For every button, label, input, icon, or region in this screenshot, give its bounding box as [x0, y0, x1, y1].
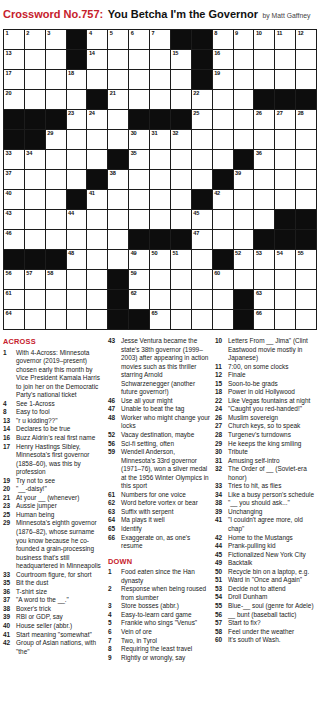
grid-cell[interactable]	[275, 190, 296, 210]
grid-cell[interactable]	[67, 270, 88, 290]
grid-cell[interactable]	[213, 110, 234, 130]
grid-cell[interactable]: 33	[4, 150, 25, 170]
grid-cell[interactable]	[275, 130, 296, 150]
grid-cell[interactable]	[129, 70, 150, 90]
clue: 10Letters From __ Jima" (Clint Eastwood …	[215, 337, 319, 363]
grid-cell[interactable]: 27	[275, 110, 296, 130]
clue-text: Requiring the least travel	[121, 645, 210, 654]
cell-number: 55	[298, 250, 304, 257]
clue-text: Letters From __ Jima" (Clint Eastwood mo…	[228, 337, 319, 363]
grid-cell[interactable]	[296, 70, 317, 90]
clue-number: 35	[3, 579, 16, 588]
grid-cell[interactable]	[275, 50, 296, 70]
author-byline: by Matt Gaffney	[262, 12, 310, 19]
clue: 56__ bunt (baseball tactic)	[215, 611, 319, 620]
clue-number: 48	[108, 414, 121, 431]
cell-number: 10	[256, 30, 262, 37]
clue-number: 45	[215, 551, 228, 560]
clue: 23Aussie jumper	[3, 502, 103, 511]
cell-number: 49	[131, 250, 137, 257]
grid-cell[interactable]	[87, 210, 108, 230]
clue-text: Suffix with serpent	[121, 508, 210, 517]
black-square	[87, 90, 108, 110]
grid-cell[interactable]	[25, 70, 46, 90]
clue: 38Boxer's trick	[3, 605, 103, 614]
grid-cell[interactable]	[87, 130, 108, 150]
grid-cell[interactable]	[108, 250, 129, 270]
grid-cell[interactable]	[275, 290, 296, 310]
grid-cell[interactable]: 30	[129, 130, 150, 150]
grid-cell[interactable]	[46, 210, 67, 230]
grid-cell[interactable]	[296, 50, 317, 70]
grid-cell[interactable]: 19	[213, 70, 234, 90]
cell-number: 7	[152, 30, 155, 37]
grid-cell[interactable]: 6	[129, 30, 150, 50]
grid-cell[interactable]: 17	[4, 70, 25, 90]
grid-cell[interactable]	[234, 270, 255, 290]
grid-cell[interactable]	[275, 70, 296, 90]
grid-cell[interactable]	[254, 270, 275, 290]
grid-cell[interactable]	[192, 130, 213, 150]
clue-number: 1	[108, 568, 121, 585]
clue-text: "__ you should ask..."	[228, 499, 319, 508]
grid-cell[interactable]	[46, 290, 67, 310]
grid-cell[interactable]: 63	[254, 290, 275, 310]
grid-cell[interactable]	[108, 210, 129, 230]
grid-cell[interactable]	[213, 90, 234, 110]
grid-cell[interactable]: 59	[129, 270, 150, 290]
clue: 25Human being	[3, 511, 103, 520]
black-square	[108, 150, 129, 170]
grid-cell[interactable]: 43	[4, 210, 25, 230]
grid-cell[interactable]: 16	[213, 50, 234, 70]
clue: 2Response when being roused from slumber	[108, 585, 210, 602]
grid-cell[interactable]: 42	[213, 190, 234, 210]
grid-cell[interactable]: 38	[108, 170, 129, 190]
black-square	[192, 30, 213, 50]
grid-cell[interactable]	[192, 310, 213, 330]
grid-cell[interactable]	[150, 210, 171, 230]
grid-cell[interactable]: 47	[192, 230, 213, 250]
grid-cell[interactable]	[171, 170, 192, 190]
grid-cell[interactable]: 3	[46, 30, 67, 50]
black-square	[108, 270, 129, 290]
grid-cell[interactable]: 52	[234, 250, 255, 270]
clue: 27Church keys, so to speak	[215, 422, 319, 431]
clue: 34Like a busy person's schedule	[215, 491, 319, 500]
grid-cell[interactable]	[234, 110, 255, 130]
cell-number: 22	[193, 90, 199, 97]
grid-cell[interactable]	[171, 290, 192, 310]
grid-cell[interactable]: 57	[25, 270, 46, 290]
black-square	[129, 110, 150, 130]
grid-cell[interactable]	[213, 290, 234, 310]
black-square	[171, 110, 192, 130]
black-square	[192, 190, 213, 210]
clue-text: Blue-__ soul (genre for Adele)	[228, 602, 319, 611]
black-square	[296, 230, 317, 250]
grid-cell[interactable]: 58	[46, 270, 67, 290]
grid-cell[interactable]	[234, 50, 255, 70]
grid-cell[interactable]	[171, 310, 192, 330]
grid-cell[interactable]	[108, 50, 129, 70]
grid-cell[interactable]: 46	[4, 230, 25, 250]
clue-number: 18	[215, 388, 228, 397]
grid-cell[interactable]: 25	[192, 110, 213, 130]
grid-cell[interactable]: 54	[275, 250, 296, 270]
grid-cell[interactable]	[87, 150, 108, 170]
grid-cell[interactable]	[254, 210, 275, 230]
grid-cell[interactable]: 20	[4, 90, 25, 110]
cell-number: 41	[89, 190, 95, 197]
clue-number: 9	[108, 654, 121, 663]
clue-number: 33	[3, 571, 16, 580]
grid-cell[interactable]: 50	[150, 250, 171, 270]
grid-cell[interactable]: 21	[108, 90, 129, 110]
cell-number: 60	[214, 270, 220, 277]
grid-cell[interactable]	[275, 310, 296, 330]
clue: 22Like Vegas fountains at night	[215, 397, 319, 406]
grid-cell[interactable]	[129, 190, 150, 210]
grid-cell[interactable]	[46, 90, 67, 110]
grid-cell[interactable]	[296, 290, 317, 310]
grid-cell[interactable]	[25, 230, 46, 250]
cell-number: 38	[110, 170, 116, 177]
clue: 50Recycle bin on a laptop, e.g.	[215, 568, 319, 577]
clue: 7Two, in Tyrol	[108, 637, 210, 646]
cell-number: 2	[26, 30, 29, 37]
grid-cell[interactable]	[275, 150, 296, 170]
grid-cell[interactable]	[171, 190, 192, 210]
grid-cell[interactable]	[171, 70, 192, 90]
grid-cell[interactable]	[46, 310, 67, 330]
grid-cell[interactable]	[192, 270, 213, 290]
grid-cell[interactable]: 7	[150, 30, 171, 50]
grid-cell[interactable]: 24	[87, 110, 108, 130]
grid-cell[interactable]: 14	[87, 50, 108, 70]
clue-number: 2	[108, 585, 121, 602]
clue: 28Turgenev's turndowns	[215, 431, 319, 440]
grid-cell[interactable]	[192, 250, 213, 270]
grid-cell[interactable]	[67, 170, 88, 190]
black-square	[150, 110, 171, 130]
grid-cell[interactable]	[213, 150, 234, 170]
grid-cell[interactable]	[87, 230, 108, 250]
clue: 66Exaggerate on, as one's resume	[108, 534, 210, 551]
clue-text: Decide not to attend	[228, 585, 319, 594]
grid-cell[interactable]	[25, 210, 46, 230]
grid-cell[interactable]: 37	[4, 170, 25, 190]
grid-cell[interactable]: 10	[254, 30, 275, 50]
grid-cell[interactable]	[254, 50, 275, 70]
grid-cell[interactable]	[296, 130, 317, 150]
cell-number: 37	[6, 170, 12, 177]
grid-cell[interactable]: 55	[296, 250, 317, 270]
clue: 37"A word to the __."	[3, 596, 103, 605]
across-header: ACROSS	[3, 337, 103, 346]
grid-cell[interactable]	[234, 190, 255, 210]
clue-text: Recycle bin on a laptop, e.g.	[228, 568, 319, 577]
grid-cell[interactable]: 66	[254, 310, 275, 330]
clue-text: Feel under the weather	[228, 628, 319, 637]
grid-cell[interactable]: 44	[67, 210, 88, 230]
clue: 3Store bosses (abbr.)	[108, 602, 210, 611]
cell-number: 39	[235, 170, 241, 177]
grid-cell[interactable]: 34	[25, 150, 46, 170]
grid-cell[interactable]	[213, 130, 234, 150]
grid-cell[interactable]: 61	[4, 290, 25, 310]
clue: 53Decide not to attend	[215, 585, 319, 594]
grid-cell[interactable]: 56	[4, 270, 25, 290]
grid-cell[interactable]: 32	[171, 130, 192, 150]
grid-cell[interactable]: 12	[296, 30, 317, 50]
clue: 61Numbers for one voice	[108, 491, 210, 500]
clue-number: 52	[108, 431, 121, 440]
grid-cell[interactable]	[296, 150, 317, 170]
grid-cell[interactable]	[254, 70, 275, 90]
grid-cell[interactable]: 31	[150, 130, 171, 150]
grid-cell[interactable]	[192, 170, 213, 190]
clue-text: Like a busy person's schedule	[228, 491, 319, 500]
grid-cell[interactable]: 65	[150, 310, 171, 330]
grid-cell[interactable]: 23	[67, 110, 88, 130]
grid-cell[interactable]	[87, 270, 108, 290]
grid-cell[interactable]	[46, 170, 67, 190]
grid-cell[interactable]	[67, 150, 88, 170]
grid-cell[interactable]	[25, 190, 46, 210]
clue-number: 38	[215, 499, 228, 508]
grid-cell[interactable]: 41	[87, 190, 108, 210]
grid-cell[interactable]	[108, 70, 129, 90]
grid-cell[interactable]: 9	[234, 30, 255, 50]
clue-text: "Caught you red-handed!"	[228, 405, 319, 414]
clue-text: Vacay destination, maybe	[121, 431, 210, 440]
black-square	[213, 250, 234, 270]
grid-cell[interactable]	[87, 290, 108, 310]
grid-cell[interactable]	[171, 90, 192, 110]
grid-cell[interactable]	[213, 310, 234, 330]
clue-text: Tribute	[228, 448, 319, 457]
clue-number: 42	[215, 534, 228, 543]
grid-cell[interactable]	[46, 70, 67, 90]
grid-cell[interactable]	[150, 270, 171, 290]
cell-number: 47	[193, 230, 199, 237]
grid-cell[interactable]	[129, 90, 150, 110]
grid-cell[interactable]	[192, 290, 213, 310]
grid-cell[interactable]: 39	[234, 170, 255, 190]
grid-cell[interactable]: 22	[192, 90, 213, 110]
clue: 21At your __ (whenever)	[3, 494, 103, 503]
grid-cell[interactable]: 60	[213, 270, 234, 290]
grid-cell[interactable]	[254, 130, 275, 150]
black-square	[67, 30, 88, 50]
grid-cell[interactable]	[67, 290, 88, 310]
grid-cell[interactable]	[108, 230, 129, 250]
grid-cell[interactable]: 1	[4, 30, 25, 50]
clue-text: Wendell Anderson, Minnesota's 33rd gover…	[121, 448, 210, 491]
grid-cell[interactable]: 49	[129, 250, 150, 270]
grid-cell[interactable]	[171, 210, 192, 230]
grid-cell[interactable]	[275, 170, 296, 190]
clue-text: Food eaten since the Han dynasty	[121, 568, 210, 585]
grid-cell[interactable]	[108, 190, 129, 210]
grid-cell[interactable]	[234, 230, 255, 250]
grid-cell[interactable]	[254, 190, 275, 210]
grid-cell[interactable]	[150, 50, 171, 70]
cell-number: 15	[172, 50, 178, 57]
black-square	[254, 90, 275, 110]
cell-number: 58	[47, 270, 53, 277]
grid-cell[interactable]	[25, 310, 46, 330]
grid-cell[interactable]: 45	[192, 210, 213, 230]
grid-cell[interactable]	[171, 270, 192, 290]
grid-cell[interactable]	[67, 130, 88, 150]
cell-number: 8	[214, 30, 217, 37]
black-square	[25, 250, 46, 270]
clue-text: House seller (abbr.)	[16, 622, 103, 631]
clue: 64Ma plays it well	[108, 516, 210, 525]
clue-number: 28	[215, 431, 228, 440]
clue-number: 56	[215, 611, 228, 620]
grid-cell[interactable]	[46, 50, 67, 70]
clue: 39RBI or GDP, say	[3, 613, 103, 622]
grid-cell[interactable]	[87, 250, 108, 270]
grid-cell[interactable]: 18	[67, 70, 88, 90]
grid-cell[interactable]	[46, 150, 67, 170]
grid-cell[interactable]	[150, 190, 171, 210]
grid-cell[interactable]	[108, 110, 129, 130]
grid-cell[interactable]: 51	[171, 250, 192, 270]
grid-cell[interactable]: 64	[4, 310, 25, 330]
clue: 49Backtalk	[215, 559, 319, 568]
grid-cell[interactable]	[25, 170, 46, 190]
cell-number: 46	[6, 230, 12, 237]
grid-cell[interactable]: 5	[108, 30, 129, 50]
grid-cell[interactable]	[213, 230, 234, 250]
grid-cell[interactable]: 53	[254, 250, 275, 270]
grid-cell[interactable]	[67, 90, 88, 110]
grid-cell[interactable]	[150, 70, 171, 90]
clue: 65Identify	[108, 525, 210, 534]
grid-cell[interactable]: 8	[213, 30, 234, 50]
grid-cell[interactable]	[296, 270, 317, 290]
cell-number: 40	[6, 190, 12, 197]
clue: 46Use all your might	[108, 397, 210, 406]
grid-cell[interactable]: 28	[296, 110, 317, 130]
clue-text: Human being	[16, 511, 103, 520]
cell-number: 57	[26, 270, 32, 277]
grid-cell[interactable]: 15	[171, 50, 192, 70]
grid-cell[interactable]	[87, 310, 108, 330]
grid-cell[interactable]	[171, 150, 192, 170]
grid-cell[interactable]: 35	[129, 150, 150, 170]
cell-number: 54	[277, 250, 283, 257]
clue-number: 64	[108, 516, 121, 525]
grid-cell[interactable]	[213, 210, 234, 230]
grid-cell[interactable]	[296, 170, 317, 190]
clue: 8Easy to fool	[3, 408, 103, 417]
grid-cell[interactable]	[150, 90, 171, 110]
grid-cell[interactable]	[87, 70, 108, 90]
grid-cell[interactable]	[192, 150, 213, 170]
grid-cell[interactable]	[25, 90, 46, 110]
grid-cell[interactable]	[46, 190, 67, 210]
black-square	[192, 70, 213, 90]
grid-cell[interactable]	[234, 210, 255, 230]
grid-cell[interactable]	[129, 50, 150, 70]
black-square	[46, 250, 67, 270]
grid-cell[interactable]: 2	[25, 30, 46, 50]
clue: 40House seller (abbr.)	[3, 622, 103, 631]
cell-number: 52	[235, 250, 241, 257]
grid-cell[interactable]	[46, 230, 67, 250]
clue-text: Worker who might change your locks	[121, 414, 210, 431]
grid-cell[interactable]: 48	[67, 250, 88, 270]
clue-number: 50	[215, 568, 228, 577]
clue-number: 29	[215, 440, 228, 449]
clue-text: Easy to fool	[16, 408, 103, 417]
grid-cell[interactable]: 4	[87, 30, 108, 50]
grid-cell[interactable]: 26	[254, 110, 275, 130]
black-square	[108, 310, 129, 330]
grid-cell[interactable]: 62	[129, 290, 150, 310]
cell-number: 30	[131, 130, 137, 137]
grid-cell[interactable]	[234, 130, 255, 150]
clue-text: RBI or GDP, say	[16, 613, 103, 622]
grid-cell[interactable]	[25, 50, 46, 70]
clue-number: 26	[215, 414, 228, 423]
clue-number: 56	[108, 440, 121, 449]
cell-number: 24	[89, 110, 95, 117]
grid-cell[interactable]	[275, 270, 296, 290]
clue-text: Minnesota's eighth governor (1876–82), w…	[16, 519, 103, 570]
grid-cell[interactable]	[150, 150, 171, 170]
cell-number: 20	[6, 90, 12, 97]
clue-number: 36	[3, 588, 16, 597]
grid-container: 1234567891011121314151617181920212223242…	[3, 29, 317, 330]
clue-text: Declares to be true	[16, 425, 103, 434]
grid-cell[interactable]	[25, 290, 46, 310]
clue: 19Try not to see	[3, 477, 103, 486]
clue-column-3: 10Letters From __ Jima" (Clint Eastwood …	[215, 337, 319, 662]
grid-cell[interactable]	[254, 170, 275, 190]
grid-cell[interactable]	[129, 210, 150, 230]
cell-number: 12	[298, 30, 304, 37]
grid-cell[interactable]	[234, 70, 255, 90]
grid-cell[interactable]	[150, 170, 171, 190]
grid-cell[interactable]: 11	[275, 30, 296, 50]
cell-number: 31	[152, 130, 158, 137]
grid-cell[interactable]: 36	[254, 150, 275, 170]
grid-cell[interactable]: 40	[4, 190, 25, 210]
grid-cell[interactable]	[67, 310, 88, 330]
grid-cell[interactable]	[296, 310, 317, 330]
grid-cell[interactable]	[150, 290, 171, 310]
grid-cell[interactable]	[129, 170, 150, 190]
grid-cell[interactable]	[108, 130, 129, 150]
grid-cell[interactable]	[234, 90, 255, 110]
cell-number: 4	[89, 30, 92, 37]
clue-number: 33	[215, 482, 228, 491]
grid-cell[interactable]	[67, 230, 88, 250]
clue-number: 42	[3, 639, 16, 656]
grid-cell[interactable]	[296, 190, 317, 210]
grid-cell[interactable]: 13	[4, 50, 25, 70]
clue-number: 24	[215, 405, 228, 414]
grid-cell[interactable]: 29	[46, 130, 67, 150]
cell-number: 56	[6, 270, 12, 277]
clue: 12Finale	[215, 371, 319, 380]
